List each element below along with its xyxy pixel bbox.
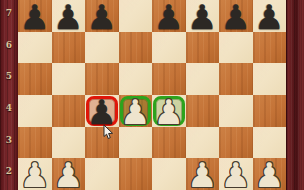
square-g5[interactable] bbox=[219, 63, 253, 95]
rank-label-7: 7 bbox=[0, 0, 18, 32]
square-h4[interactable] bbox=[253, 95, 287, 127]
square-b7[interactable]: ♟ bbox=[52, 0, 86, 32]
square-g3[interactable] bbox=[219, 127, 253, 159]
square-e3[interactable] bbox=[152, 127, 186, 159]
white-pawn: ♟ bbox=[52, 158, 86, 190]
rank-labels: 765432 bbox=[0, 0, 18, 190]
square-h3[interactable] bbox=[253, 127, 287, 159]
square-f6[interactable] bbox=[186, 32, 220, 64]
square-f5[interactable] bbox=[186, 63, 220, 95]
square-g2[interactable]: ♟ bbox=[219, 158, 253, 190]
white-pawn: ♟ bbox=[119, 95, 153, 127]
black-pawn: ♟ bbox=[186, 0, 220, 32]
square-d5[interactable] bbox=[119, 63, 153, 95]
square-h6[interactable] bbox=[253, 32, 287, 64]
square-d4[interactable]: ♟ bbox=[119, 95, 153, 127]
rank-label-4: 4 bbox=[0, 95, 18, 127]
square-a5[interactable] bbox=[18, 63, 52, 95]
square-a2[interactable]: ♟ bbox=[18, 158, 52, 190]
chess-board: ♟♟♟♟♟♟♟♟♟♟♟♟♟♟♟ bbox=[18, 0, 286, 190]
square-e6[interactable] bbox=[152, 32, 186, 64]
square-g6[interactable] bbox=[219, 32, 253, 64]
square-d3[interactable] bbox=[119, 127, 153, 159]
black-pawn: ♟ bbox=[85, 0, 119, 32]
square-d2[interactable] bbox=[119, 158, 153, 190]
black-pawn: ♟ bbox=[52, 0, 86, 32]
square-e4[interactable]: ♟ bbox=[152, 95, 186, 127]
black-pawn: ♟ bbox=[219, 0, 253, 32]
white-pawn: ♟ bbox=[186, 158, 220, 190]
rank-label-5: 5 bbox=[0, 63, 18, 95]
square-h5[interactable] bbox=[253, 63, 287, 95]
black-pawn: ♟ bbox=[152, 0, 186, 32]
square-a7[interactable]: ♟ bbox=[18, 0, 52, 32]
square-c7[interactable]: ♟ bbox=[85, 0, 119, 32]
square-f2[interactable]: ♟ bbox=[186, 158, 220, 190]
board-frame-right bbox=[286, 0, 304, 190]
square-d7[interactable] bbox=[119, 0, 153, 32]
black-pawn: ♟ bbox=[253, 0, 287, 32]
square-f7[interactable]: ♟ bbox=[186, 0, 220, 32]
black-pawn: ♟ bbox=[85, 95, 119, 127]
square-b5[interactable] bbox=[52, 63, 86, 95]
square-g7[interactable]: ♟ bbox=[219, 0, 253, 32]
square-e7[interactable]: ♟ bbox=[152, 0, 186, 32]
rank-label-6: 6 bbox=[0, 32, 18, 64]
square-b3[interactable] bbox=[52, 127, 86, 159]
white-pawn: ♟ bbox=[253, 158, 287, 190]
square-b2[interactable]: ♟ bbox=[52, 158, 86, 190]
square-e5[interactable] bbox=[152, 63, 186, 95]
white-pawn: ♟ bbox=[152, 95, 186, 127]
square-a6[interactable] bbox=[18, 32, 52, 64]
square-g4[interactable] bbox=[219, 95, 253, 127]
square-c5[interactable] bbox=[85, 63, 119, 95]
chess-app-window: 765432 ♟♟♟♟♟♟♟♟♟♟♟♟♟♟♟ bbox=[0, 0, 304, 190]
square-a4[interactable] bbox=[18, 95, 52, 127]
square-c2[interactable] bbox=[85, 158, 119, 190]
rank-label-2: 2 bbox=[0, 158, 18, 190]
square-b4[interactable] bbox=[52, 95, 86, 127]
square-b6[interactable] bbox=[52, 32, 86, 64]
square-a3[interactable] bbox=[18, 127, 52, 159]
square-f3[interactable] bbox=[186, 127, 220, 159]
square-h2[interactable]: ♟ bbox=[253, 158, 287, 190]
square-c4[interactable]: ♟ bbox=[85, 95, 119, 127]
mouse-cursor-icon bbox=[103, 125, 114, 140]
square-h7[interactable]: ♟ bbox=[253, 0, 287, 32]
square-e2[interactable] bbox=[152, 158, 186, 190]
white-pawn: ♟ bbox=[219, 158, 253, 190]
square-f4[interactable] bbox=[186, 95, 220, 127]
black-pawn: ♟ bbox=[18, 0, 52, 32]
square-c6[interactable] bbox=[85, 32, 119, 64]
rank-label-3: 3 bbox=[0, 127, 18, 159]
white-pawn: ♟ bbox=[18, 158, 52, 190]
square-d6[interactable] bbox=[119, 32, 153, 64]
